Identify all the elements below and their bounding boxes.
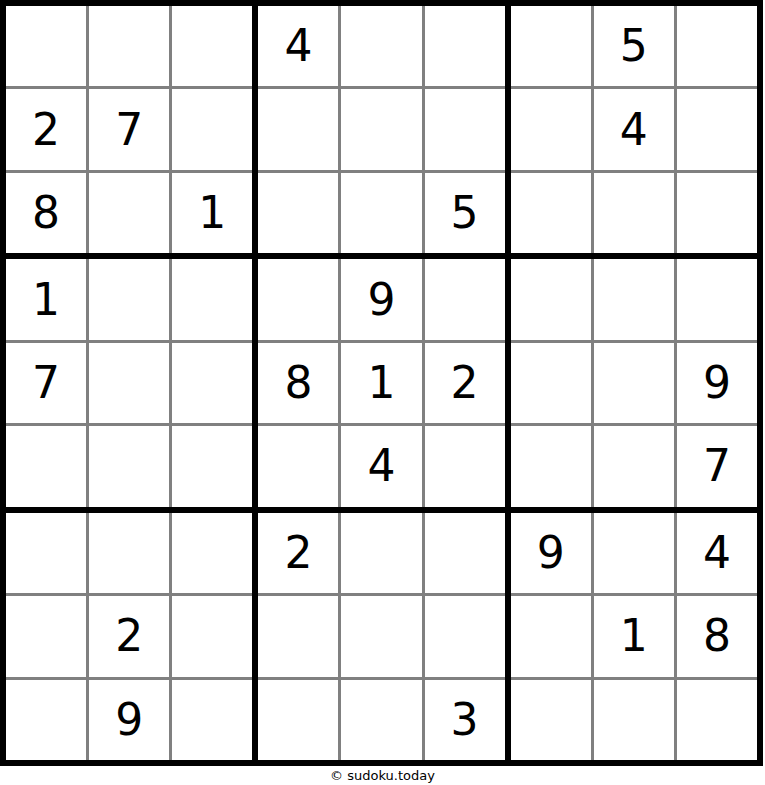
cell-r9c9[interactable] bbox=[677, 680, 757, 760]
cell-r3c1[interactable]: 8 bbox=[6, 173, 86, 253]
cell-r8c8[interactable]: 1 bbox=[594, 596, 674, 676]
footer-credit: © sudoku.today bbox=[0, 766, 765, 785]
cell-r4c4[interactable] bbox=[258, 259, 338, 339]
sudoku-board: 2781455417981249729239418 bbox=[0, 0, 763, 766]
cell-r2c4[interactable] bbox=[258, 89, 338, 169]
cell-r6c3[interactable] bbox=[172, 426, 252, 506]
cell-r4c3[interactable] bbox=[172, 259, 252, 339]
box-1-3: 54 bbox=[508, 3, 760, 256]
cell-r6c2[interactable] bbox=[89, 426, 169, 506]
cell-r6c7[interactable] bbox=[511, 426, 591, 506]
cell-r6c9[interactable]: 7 bbox=[677, 426, 757, 506]
cell-r4c7[interactable] bbox=[511, 259, 591, 339]
cell-r8c1[interactable] bbox=[6, 596, 86, 676]
cell-r8c5[interactable] bbox=[341, 596, 421, 676]
cell-r7c3[interactable] bbox=[172, 513, 252, 593]
cell-r9c3[interactable] bbox=[172, 680, 252, 760]
sudoku-page: 2781455417981249729239418 © sudoku.today bbox=[0, 0, 765, 785]
box-3-2: 23 bbox=[255, 510, 507, 763]
cell-r8c3[interactable] bbox=[172, 596, 252, 676]
cell-r3c9[interactable] bbox=[677, 173, 757, 253]
cell-r4c8[interactable] bbox=[594, 259, 674, 339]
cell-r5c9[interactable]: 9 bbox=[677, 343, 757, 423]
cell-r7c5[interactable] bbox=[341, 513, 421, 593]
cell-r2c5[interactable] bbox=[341, 89, 421, 169]
cell-r7c2[interactable] bbox=[89, 513, 169, 593]
cell-r2c9[interactable] bbox=[677, 89, 757, 169]
box-3-3: 9418 bbox=[508, 510, 760, 763]
cell-r7c4[interactable]: 2 bbox=[258, 513, 338, 593]
cell-r1c6[interactable] bbox=[425, 6, 505, 86]
cell-r5c1[interactable]: 7 bbox=[6, 343, 86, 423]
cell-r3c5[interactable] bbox=[341, 173, 421, 253]
cell-r4c1[interactable]: 1 bbox=[6, 259, 86, 339]
cell-r8c6[interactable] bbox=[425, 596, 505, 676]
cell-r8c2[interactable]: 2 bbox=[89, 596, 169, 676]
cell-r3c7[interactable] bbox=[511, 173, 591, 253]
cell-r5c4[interactable]: 8 bbox=[258, 343, 338, 423]
cell-r3c4[interactable] bbox=[258, 173, 338, 253]
cell-r8c9[interactable]: 8 bbox=[677, 596, 757, 676]
cell-r9c1[interactable] bbox=[6, 680, 86, 760]
cell-r6c8[interactable] bbox=[594, 426, 674, 506]
cell-r5c8[interactable] bbox=[594, 343, 674, 423]
cell-r1c7[interactable] bbox=[511, 6, 591, 86]
cell-r9c5[interactable] bbox=[341, 680, 421, 760]
cell-r7c8[interactable] bbox=[594, 513, 674, 593]
cell-r1c1[interactable] bbox=[6, 6, 86, 86]
cell-r4c5[interactable]: 9 bbox=[341, 259, 421, 339]
cell-r2c8[interactable]: 4 bbox=[594, 89, 674, 169]
box-1-2: 45 bbox=[255, 3, 507, 256]
cell-r9c4[interactable] bbox=[258, 680, 338, 760]
box-2-2: 98124 bbox=[255, 256, 507, 509]
box-1-1: 2781 bbox=[3, 3, 255, 256]
cell-r2c6[interactable] bbox=[425, 89, 505, 169]
cell-r6c6[interactable] bbox=[425, 426, 505, 506]
cell-r3c3[interactable]: 1 bbox=[172, 173, 252, 253]
cell-r6c5[interactable]: 4 bbox=[341, 426, 421, 506]
cell-r3c6[interactable]: 5 bbox=[425, 173, 505, 253]
cell-r6c1[interactable] bbox=[6, 426, 86, 506]
cell-r1c5[interactable] bbox=[341, 6, 421, 86]
cell-r4c9[interactable] bbox=[677, 259, 757, 339]
cell-r9c7[interactable] bbox=[511, 680, 591, 760]
cell-r3c2[interactable] bbox=[89, 173, 169, 253]
cell-r7c9[interactable]: 4 bbox=[677, 513, 757, 593]
cell-r8c7[interactable] bbox=[511, 596, 591, 676]
cell-r7c1[interactable] bbox=[6, 513, 86, 593]
cell-r9c2[interactable]: 9 bbox=[89, 680, 169, 760]
cell-r8c4[interactable] bbox=[258, 596, 338, 676]
cell-r1c9[interactable] bbox=[677, 6, 757, 86]
cell-r1c3[interactable] bbox=[172, 6, 252, 86]
box-3-1: 29 bbox=[3, 510, 255, 763]
cell-r9c8[interactable] bbox=[594, 680, 674, 760]
cell-r5c7[interactable] bbox=[511, 343, 591, 423]
cell-r4c6[interactable] bbox=[425, 259, 505, 339]
cell-r3c8[interactable] bbox=[594, 173, 674, 253]
cell-r1c8[interactable]: 5 bbox=[594, 6, 674, 86]
box-2-3: 97 bbox=[508, 256, 760, 509]
cell-r1c4[interactable]: 4 bbox=[258, 6, 338, 86]
cell-r9c6[interactable]: 3 bbox=[425, 680, 505, 760]
cell-r2c1[interactable]: 2 bbox=[6, 89, 86, 169]
cell-r6c4[interactable] bbox=[258, 426, 338, 506]
cell-r5c5[interactable]: 1 bbox=[341, 343, 421, 423]
cell-r1c2[interactable] bbox=[89, 6, 169, 86]
cell-r7c6[interactable] bbox=[425, 513, 505, 593]
cell-r2c3[interactable] bbox=[172, 89, 252, 169]
cell-r5c6[interactable]: 2 bbox=[425, 343, 505, 423]
box-2-1: 17 bbox=[3, 256, 255, 509]
cell-r7c7[interactable]: 9 bbox=[511, 513, 591, 593]
cell-r2c2[interactable]: 7 bbox=[89, 89, 169, 169]
cell-r2c7[interactable] bbox=[511, 89, 591, 169]
cell-r5c2[interactable] bbox=[89, 343, 169, 423]
cell-r4c2[interactable] bbox=[89, 259, 169, 339]
cell-r5c3[interactable] bbox=[172, 343, 252, 423]
